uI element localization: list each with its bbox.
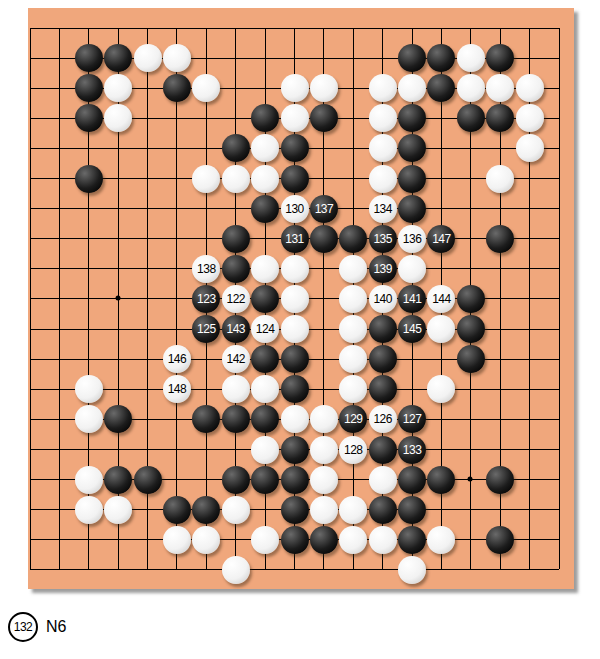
black-stone [486, 104, 514, 132]
black-stone [104, 466, 132, 494]
black-stone [398, 165, 426, 193]
move-number-label: 137 [315, 203, 334, 215]
black-stone [427, 44, 455, 72]
white-stone [339, 375, 367, 403]
white-stone [251, 436, 279, 464]
black-stone [281, 375, 309, 403]
black-stone [222, 466, 250, 494]
white-stone [134, 44, 162, 72]
white-stone [339, 345, 367, 373]
move-number-label: 127 [403, 413, 422, 425]
black-stone [281, 134, 309, 162]
white-stone [104, 74, 132, 102]
black-stone [281, 345, 309, 373]
black-stone: 129 [339, 405, 367, 433]
black-stone [192, 496, 220, 524]
black-stone [369, 496, 397, 524]
go-diagram: 1301371341311351361471381391231221401411… [0, 0, 600, 659]
black-stone [369, 345, 397, 373]
move-number-label: 143 [226, 323, 245, 335]
black-stone [104, 405, 132, 433]
black-stone [310, 526, 338, 554]
white-stone [75, 405, 103, 433]
white-stone [427, 526, 455, 554]
move-number-label: 123 [197, 293, 216, 305]
move-number-label: 130 [285, 203, 304, 215]
black-stone [457, 285, 485, 313]
black-stone [222, 134, 250, 162]
black-stone [398, 134, 426, 162]
white-stone [339, 285, 367, 313]
white-stone [192, 165, 220, 193]
white-stone [457, 74, 485, 102]
white-stone [516, 134, 544, 162]
black-stone [486, 526, 514, 554]
white-stone: 134 [369, 195, 397, 223]
black-stone [281, 466, 309, 494]
black-stone [398, 526, 426, 554]
white-stone [427, 315, 455, 343]
star-point [115, 296, 120, 301]
move-number-label: 136 [403, 233, 422, 245]
black-stone: 123 [192, 285, 220, 313]
move-number-label: 134 [373, 203, 392, 215]
white-stone [398, 74, 426, 102]
black-stone [486, 225, 514, 253]
white-stone: 148 [163, 375, 191, 403]
black-stone [427, 74, 455, 102]
white-stone [310, 436, 338, 464]
black-stone: 135 [369, 225, 397, 253]
move-number-label: 133 [403, 444, 422, 456]
black-stone [398, 466, 426, 494]
black-stone [281, 436, 309, 464]
black-stone [163, 496, 191, 524]
star-point [468, 477, 473, 482]
black-stone [251, 195, 279, 223]
black-stone [251, 345, 279, 373]
black-stone [310, 225, 338, 253]
move-number-label: 129 [344, 413, 363, 425]
white-stone: 146 [163, 345, 191, 373]
black-stone: 125 [192, 315, 220, 343]
caption-coordinate: N6 [46, 618, 66, 636]
move-number-label: 145 [403, 323, 422, 335]
black-stone: 137 [310, 195, 338, 223]
black-stone [457, 315, 485, 343]
black-stone [427, 466, 455, 494]
white-stone [104, 104, 132, 132]
white-stone [369, 526, 397, 554]
white-stone [369, 104, 397, 132]
white-stone: 142 [222, 345, 250, 373]
black-stone [398, 104, 426, 132]
move-number-label: 124 [256, 323, 275, 335]
white-stone [251, 375, 279, 403]
black-stone [251, 285, 279, 313]
white-stone [281, 74, 309, 102]
move-number-label: 141 [403, 293, 422, 305]
white-stone [339, 255, 367, 283]
black-stone [251, 405, 279, 433]
black-stone [192, 405, 220, 433]
white-stone [310, 405, 338, 433]
black-stone: 141 [398, 285, 426, 313]
black-stone [281, 526, 309, 554]
black-stone [75, 165, 103, 193]
white-stone [75, 496, 103, 524]
black-stone: 147 [427, 225, 455, 253]
white-stone: 128 [339, 436, 367, 464]
black-stone [457, 104, 485, 132]
go-board: 1301371341311351361471381391231221401411… [28, 8, 574, 589]
white-stone [486, 165, 514, 193]
black-stone: 127 [398, 405, 426, 433]
white-stone [251, 526, 279, 554]
white-stone [163, 526, 191, 554]
move-number-label: 135 [373, 233, 392, 245]
black-stone [369, 375, 397, 403]
grid-line-vertical [559, 28, 560, 570]
black-stone [398, 195, 426, 223]
white-stone [339, 496, 367, 524]
black-stone [369, 436, 397, 464]
white-stone [398, 255, 426, 283]
white-stone: 140 [369, 285, 397, 313]
white-stone [310, 496, 338, 524]
white-stone [192, 526, 220, 554]
white-stone [369, 134, 397, 162]
white-stone [339, 526, 367, 554]
white-stone [369, 74, 397, 102]
white-stone [516, 104, 544, 132]
black-stone [163, 74, 191, 102]
move-number-label: 140 [373, 293, 392, 305]
black-stone: 143 [222, 315, 250, 343]
white-stone [369, 466, 397, 494]
move-number-label: 139 [373, 263, 392, 275]
white-stone: 124 [251, 315, 279, 343]
black-stone: 133 [398, 436, 426, 464]
white-stone [310, 74, 338, 102]
move-number-label: 147 [432, 233, 451, 245]
black-stone: 131 [281, 225, 309, 253]
white-stone [427, 375, 455, 403]
white-stone [457, 44, 485, 72]
white-stone [163, 44, 191, 72]
white-stone [369, 165, 397, 193]
black-stone [457, 345, 485, 373]
white-stone [281, 405, 309, 433]
white-stone: 130 [281, 195, 309, 223]
black-stone [75, 44, 103, 72]
white-stone [281, 285, 309, 313]
black-stone [104, 44, 132, 72]
white-stone [398, 556, 426, 584]
black-stone [486, 466, 514, 494]
move-number-label: 126 [373, 413, 392, 425]
white-stone [104, 496, 132, 524]
black-stone [398, 44, 426, 72]
move-number-label: 131 [285, 233, 304, 245]
white-stone [281, 104, 309, 132]
white-stone: 122 [222, 285, 250, 313]
black-stone [398, 496, 426, 524]
move-number-label: 142 [226, 353, 245, 365]
caption: 132 N6 [8, 611, 66, 643]
white-stone [339, 315, 367, 343]
white-stone [310, 466, 338, 494]
white-stone [251, 255, 279, 283]
black-stone [339, 225, 367, 253]
white-stone [222, 375, 250, 403]
white-stone [75, 466, 103, 494]
white-stone [75, 375, 103, 403]
black-stone: 145 [398, 315, 426, 343]
white-stone: 144 [427, 285, 455, 313]
caption-move-number-circle: 132 [8, 612, 38, 642]
move-number-label: 128 [344, 444, 363, 456]
white-stone: 126 [369, 405, 397, 433]
black-stone [486, 44, 514, 72]
black-stone [75, 74, 103, 102]
move-number-label: 138 [197, 263, 216, 275]
white-stone [251, 134, 279, 162]
black-stone [222, 225, 250, 253]
move-number-label: 125 [197, 323, 216, 335]
black-stone [251, 104, 279, 132]
black-stone [251, 466, 279, 494]
white-stone [251, 165, 279, 193]
black-stone [369, 315, 397, 343]
white-stone [192, 74, 220, 102]
move-number-label: 122 [226, 293, 245, 305]
black-stone [281, 165, 309, 193]
white-stone: 136 [398, 225, 426, 253]
white-stone [222, 496, 250, 524]
white-stone: 138 [192, 255, 220, 283]
white-stone [281, 255, 309, 283]
black-stone: 139 [369, 255, 397, 283]
black-stone [222, 255, 250, 283]
white-stone [222, 556, 250, 584]
white-stone [281, 315, 309, 343]
move-number-label: 146 [168, 353, 187, 365]
grid-line-horizontal [30, 569, 559, 570]
white-stone [486, 74, 514, 102]
move-number-label: 148 [168, 383, 187, 395]
black-stone [281, 496, 309, 524]
black-stone [222, 405, 250, 433]
white-stone [222, 165, 250, 193]
black-stone [134, 466, 162, 494]
white-stone [516, 74, 544, 102]
black-stone [75, 104, 103, 132]
move-number-label: 144 [432, 293, 451, 305]
black-stone [310, 104, 338, 132]
